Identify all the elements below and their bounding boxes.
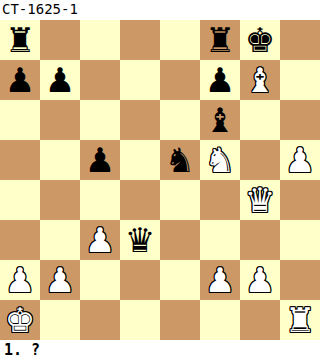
square-a5[interactable] [0, 140, 40, 180]
black-pawn: ♟ [45, 60, 75, 100]
square-a6[interactable] [0, 100, 40, 140]
square-b6[interactable] [40, 100, 80, 140]
white-pawn: ♟ [285, 140, 315, 180]
square-f1[interactable] [200, 300, 240, 340]
white-bishop: ♝ [245, 60, 275, 100]
square-h1[interactable]: ♜ [280, 300, 320, 340]
square-c4[interactable] [80, 180, 120, 220]
square-d8[interactable] [120, 20, 160, 60]
square-b5[interactable] [40, 140, 80, 180]
black-rook: ♜ [205, 20, 235, 60]
square-c6[interactable] [80, 100, 120, 140]
square-e1[interactable] [160, 300, 200, 340]
square-c8[interactable] [80, 20, 120, 60]
black-rook: ♜ [5, 20, 35, 60]
square-g1[interactable] [240, 300, 280, 340]
square-a3[interactable] [0, 220, 40, 260]
square-b7[interactable]: ♟ [40, 60, 80, 100]
square-h5[interactable]: ♟ [280, 140, 320, 180]
square-f8[interactable]: ♜ [200, 20, 240, 60]
square-g5[interactable] [240, 140, 280, 180]
square-h2[interactable] [280, 260, 320, 300]
square-a8[interactable]: ♜ [0, 20, 40, 60]
white-pawn: ♟ [205, 260, 235, 300]
square-h8[interactable] [280, 20, 320, 60]
square-d2[interactable] [120, 260, 160, 300]
square-f2[interactable]: ♟ [200, 260, 240, 300]
square-e7[interactable] [160, 60, 200, 100]
square-c5[interactable]: ♟ [80, 140, 120, 180]
square-f3[interactable] [200, 220, 240, 260]
square-d6[interactable] [120, 100, 160, 140]
square-h7[interactable] [280, 60, 320, 100]
square-a2[interactable]: ♟ [0, 260, 40, 300]
square-e2[interactable] [160, 260, 200, 300]
black-pawn: ♟ [85, 140, 115, 180]
square-h4[interactable] [280, 180, 320, 220]
square-d7[interactable] [120, 60, 160, 100]
square-h6[interactable] [280, 100, 320, 140]
white-king: ♚ [5, 300, 35, 340]
white-rook: ♜ [285, 300, 315, 340]
square-b1[interactable] [40, 300, 80, 340]
square-b3[interactable] [40, 220, 80, 260]
square-c1[interactable] [80, 300, 120, 340]
square-e5[interactable]: ♞ [160, 140, 200, 180]
square-g6[interactable] [240, 100, 280, 140]
white-knight: ♞ [205, 140, 235, 180]
square-c7[interactable] [80, 60, 120, 100]
square-d3[interactable]: ♛ [120, 220, 160, 260]
square-b8[interactable] [40, 20, 80, 60]
square-d1[interactable] [120, 300, 160, 340]
black-knight: ♞ [165, 140, 195, 180]
move-prompt: 1. ? [0, 340, 320, 360]
black-king: ♚ [245, 20, 275, 60]
square-g4[interactable]: ♛ [240, 180, 280, 220]
white-pawn: ♟ [85, 220, 115, 260]
black-bishop: ♝ [205, 100, 235, 140]
square-b4[interactable] [40, 180, 80, 220]
square-f6[interactable]: ♝ [200, 100, 240, 140]
square-b2[interactable]: ♟ [40, 260, 80, 300]
square-c3[interactable]: ♟ [80, 220, 120, 260]
square-e6[interactable] [160, 100, 200, 140]
square-d5[interactable] [120, 140, 160, 180]
square-e4[interactable] [160, 180, 200, 220]
square-e3[interactable] [160, 220, 200, 260]
black-pawn: ♟ [205, 60, 235, 100]
square-c2[interactable] [80, 260, 120, 300]
chess-board: ♜♜♚♟♟♟♝♝♟♞♞♟♛♟♛♟♟♟♟♚♜ [0, 20, 320, 340]
square-d4[interactable] [120, 180, 160, 220]
square-a4[interactable] [0, 180, 40, 220]
square-f4[interactable] [200, 180, 240, 220]
square-g2[interactable]: ♟ [240, 260, 280, 300]
square-g7[interactable]: ♝ [240, 60, 280, 100]
square-a1[interactable]: ♚ [0, 300, 40, 340]
black-queen: ♛ [125, 220, 155, 260]
white-pawn: ♟ [45, 260, 75, 300]
square-h3[interactable] [280, 220, 320, 260]
square-f5[interactable]: ♞ [200, 140, 240, 180]
white-queen: ♛ [245, 180, 275, 220]
square-e8[interactable] [160, 20, 200, 60]
white-pawn: ♟ [245, 260, 275, 300]
square-f7[interactable]: ♟ [200, 60, 240, 100]
black-pawn: ♟ [5, 60, 35, 100]
white-pawn: ♟ [5, 260, 35, 300]
square-g8[interactable]: ♚ [240, 20, 280, 60]
square-g3[interactable] [240, 220, 280, 260]
square-a7[interactable]: ♟ [0, 60, 40, 100]
puzzle-title: CT-1625-1 [0, 0, 320, 20]
